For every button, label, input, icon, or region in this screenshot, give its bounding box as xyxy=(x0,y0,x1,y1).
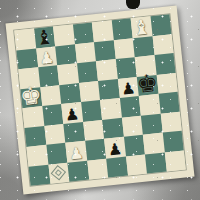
square-b1[interactable] xyxy=(48,162,69,183)
square-a3[interactable] xyxy=(24,126,45,147)
square-b8[interactable]: ♝ xyxy=(34,27,55,48)
square-a5[interactable]: ♚ xyxy=(20,87,41,108)
square-e7[interactable] xyxy=(94,40,115,61)
board-logo-icon xyxy=(51,165,66,180)
square-c5[interactable] xyxy=(59,83,80,104)
square-f2[interactable] xyxy=(123,135,144,156)
square-g3[interactable] xyxy=(141,113,162,134)
square-d3[interactable] xyxy=(83,119,104,140)
board-grid: ♝♝♟♚♟♚♟♟♟ xyxy=(14,14,185,185)
square-f3[interactable] xyxy=(121,115,142,136)
square-f4[interactable] xyxy=(119,96,140,117)
white-pawn-c2[interactable]: ♟ xyxy=(68,145,84,162)
square-a8[interactable] xyxy=(14,29,35,50)
square-d1[interactable] xyxy=(87,158,108,179)
black-pawn-f5[interactable]: ♟ xyxy=(120,80,136,97)
white-bishop-g8[interactable]: ♝ xyxy=(131,16,151,38)
square-c3[interactable] xyxy=(63,121,84,142)
square-a1[interactable] xyxy=(29,164,50,185)
square-c4[interactable]: ♟ xyxy=(61,102,82,123)
square-h7[interactable] xyxy=(152,34,173,55)
square-d4[interactable] xyxy=(81,100,102,121)
black-bishop-b8[interactable]: ♝ xyxy=(34,26,54,48)
square-c2[interactable]: ♟ xyxy=(65,141,86,162)
square-b7[interactable]: ♟ xyxy=(36,46,57,67)
square-b5[interactable] xyxy=(40,85,61,106)
square-g5[interactable]: ♚ xyxy=(137,74,158,95)
square-g1[interactable] xyxy=(145,152,166,173)
square-g7[interactable] xyxy=(133,36,154,57)
square-d6[interactable] xyxy=(77,61,98,82)
chess-board: ♝♝♟♚♟♚♟♟♟ xyxy=(5,5,194,194)
square-e3[interactable] xyxy=(102,117,123,138)
square-b3[interactable] xyxy=(44,123,65,144)
square-f8[interactable] xyxy=(111,18,132,39)
square-f1[interactable] xyxy=(126,154,147,175)
photo-backdrop: ♝♝♟♚♟♚♟♟♟ xyxy=(0,0,200,200)
square-f6[interactable] xyxy=(115,57,136,78)
square-a2[interactable] xyxy=(27,145,48,166)
square-h5[interactable] xyxy=(156,72,177,93)
square-e8[interactable] xyxy=(92,20,113,41)
square-e5[interactable] xyxy=(98,79,119,100)
square-e2[interactable]: ♟ xyxy=(104,137,125,158)
square-a7[interactable] xyxy=(16,48,37,69)
square-g4[interactable] xyxy=(139,94,160,115)
square-e6[interactable] xyxy=(96,59,117,80)
square-b4[interactable] xyxy=(42,104,63,125)
square-e1[interactable] xyxy=(106,156,127,177)
white-pawn-b7[interactable]: ♟ xyxy=(39,50,55,67)
board-logo-inner xyxy=(55,169,62,176)
square-g2[interactable] xyxy=(143,133,164,154)
square-g8[interactable]: ♝ xyxy=(131,16,152,37)
square-d2[interactable] xyxy=(85,139,106,160)
black-pawn-e2[interactable]: ♟ xyxy=(107,140,123,157)
square-f7[interactable] xyxy=(113,38,134,59)
square-h1[interactable] xyxy=(164,150,185,171)
square-d8[interactable] xyxy=(72,22,93,43)
square-e4[interactable] xyxy=(100,98,121,119)
square-a4[interactable] xyxy=(22,106,43,127)
black-pawn-c4[interactable]: ♟ xyxy=(64,106,80,123)
square-c1[interactable] xyxy=(67,160,88,181)
square-d7[interactable] xyxy=(74,42,95,63)
square-d5[interactable] xyxy=(79,81,100,102)
square-h4[interactable] xyxy=(158,92,179,113)
square-c8[interactable] xyxy=(53,24,74,45)
square-c7[interactable] xyxy=(55,44,76,65)
off-board-black-piece[interactable] xyxy=(126,0,140,9)
square-h8[interactable] xyxy=(150,14,171,35)
square-c6[interactable] xyxy=(57,63,78,84)
square-h2[interactable] xyxy=(162,131,183,152)
square-b2[interactable] xyxy=(46,143,67,164)
square-h3[interactable] xyxy=(160,111,181,132)
